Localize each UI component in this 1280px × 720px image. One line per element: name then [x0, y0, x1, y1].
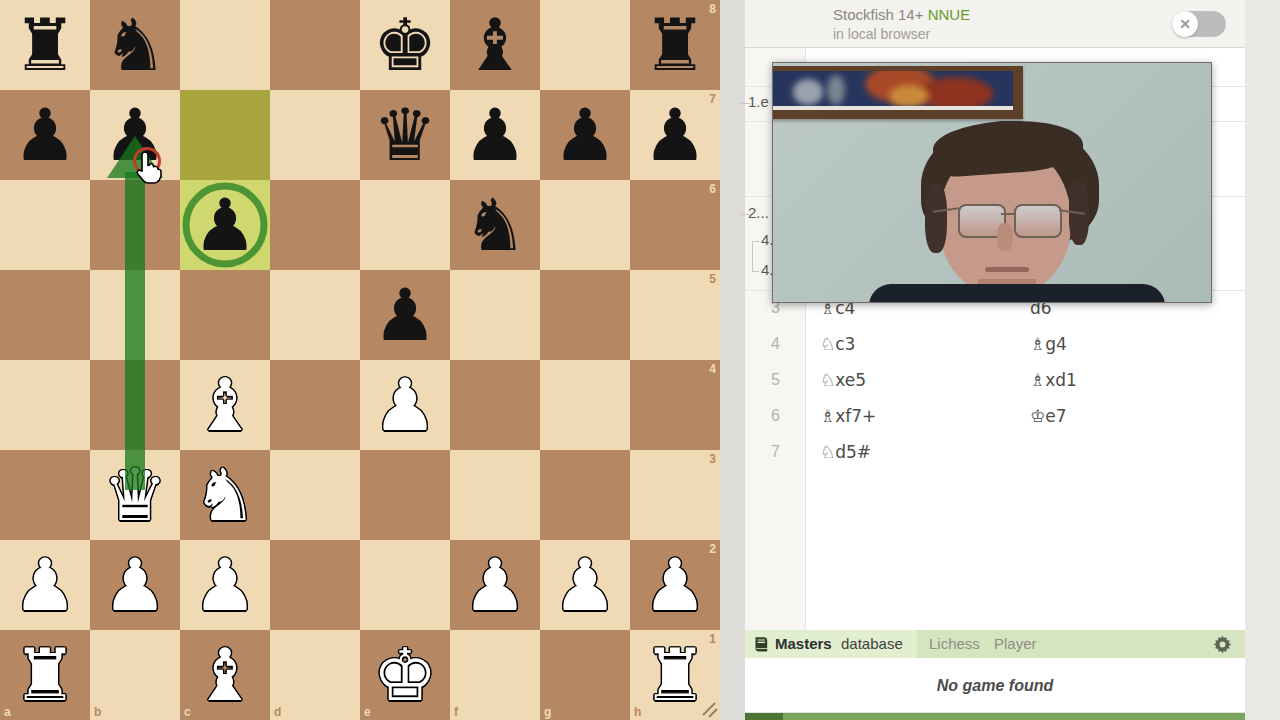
square-a7[interactable]: ♟ — [0, 90, 90, 180]
square-g6[interactable] — [540, 180, 630, 270]
variation-fragment[interactable]: 1.e — [748, 93, 769, 110]
square-g8[interactable] — [540, 0, 630, 90]
square-e3[interactable] — [360, 450, 450, 540]
piece-white-bishop[interactable]: ♝ — [180, 630, 270, 720]
square-f5[interactable] — [450, 270, 540, 360]
square-g5[interactable] — [540, 270, 630, 360]
square-f6[interactable]: ♞ — [450, 180, 540, 270]
square-a6[interactable] — [0, 180, 90, 270]
square-b1[interactable]: b — [90, 630, 180, 720]
square-f8[interactable]: ♝ — [450, 0, 540, 90]
explorer-result-bar — [745, 713, 1245, 720]
square-c3[interactable]: ♞ — [180, 450, 270, 540]
person-nose — [997, 223, 1013, 251]
square-c5[interactable] — [180, 270, 270, 360]
tab-lichess[interactable]: Lichess — [929, 630, 980, 658]
square-b3[interactable]: ♛ — [90, 450, 180, 540]
square-d3[interactable] — [270, 450, 360, 540]
piece-white-rook[interactable]: ♜ — [630, 630, 720, 720]
glasses-right-lens — [1014, 204, 1062, 238]
square-a4[interactable] — [0, 360, 90, 450]
square-h1[interactable]: 1h♜ — [630, 630, 720, 720]
no-game-found-text: No game found — [745, 677, 1245, 695]
piece-white-pawn[interactable]: ♟ — [180, 540, 270, 630]
square-d6[interactable] — [270, 180, 360, 270]
square-g3[interactable] — [540, 450, 630, 540]
move-row-5: 5♘xe5♗xd1 — [745, 362, 1245, 398]
explorer-empty-state: No game found — [745, 658, 1245, 713]
lichess-analysis-page: ♜♞♚♝8♜♟♟♛♟♟7♟♟♞6♟5♝♟4♛♞3♟♟♟♟♟2♟a♜bc♝de♚f… — [0, 0, 1280, 720]
engine-name: Stockfish 14+ NNUE — [833, 6, 970, 23]
square-f4[interactable] — [450, 360, 540, 450]
panel-gap — [720, 0, 745, 720]
square-d7[interactable] — [270, 90, 360, 180]
piece-white-bishop[interactable]: ♝ — [180, 360, 270, 450]
white-move[interactable]: ♗xf7+ — [820, 398, 876, 434]
piece-white-king[interactable]: ♚ — [360, 630, 450, 720]
file-label-d: d — [274, 706, 281, 718]
square-c7[interactable] — [180, 90, 270, 180]
square-b8[interactable]: ♞ — [90, 0, 180, 90]
framed-picture — [772, 66, 1023, 119]
piece-black-pawn[interactable]: ♟ — [540, 90, 630, 180]
book-icon — [753, 636, 770, 653]
square-d1[interactable]: d — [270, 630, 360, 720]
picture-artwork — [772, 71, 1013, 106]
engine-subtitle: in local browser — [833, 26, 930, 42]
square-a2[interactable]: ♟ — [0, 540, 90, 630]
toggle-off-icon: ✕ — [1179, 16, 1191, 32]
piece-white-pawn[interactable]: ♟ — [540, 540, 630, 630]
piece-black-pawn[interactable]: ♟ — [630, 90, 720, 180]
square-h2[interactable]: 2♟ — [630, 540, 720, 630]
rank-label-5: 5 — [709, 273, 716, 285]
black-move[interactable]: ♗g4 — [1030, 326, 1067, 362]
white-move[interactable]: ♘c3 — [820, 326, 855, 362]
square-g4[interactable] — [540, 360, 630, 450]
engine-header: Stockfish 14+ NNUE in local browser ✕ — [745, 0, 1245, 48]
rank-label-4: 4 — [709, 363, 716, 375]
square-e5[interactable]: ♟ — [360, 270, 450, 360]
black-move[interactable]: ♗xd1 — [1030, 362, 1077, 398]
square-e2[interactable] — [360, 540, 450, 630]
square-a1[interactable]: a♜ — [0, 630, 90, 720]
move-number: 5 — [745, 362, 806, 398]
move-number: 7 — [745, 434, 806, 470]
square-f2[interactable]: ♟ — [450, 540, 540, 630]
square-b4[interactable] — [90, 360, 180, 450]
square-e7[interactable]: ♛ — [360, 90, 450, 180]
engine-toggle-knob[interactable]: ✕ — [1172, 11, 1198, 37]
move-number: 4 — [745, 326, 806, 362]
square-d4[interactable] — [270, 360, 360, 450]
square-a3[interactable] — [0, 450, 90, 540]
webcam-overlay — [772, 62, 1212, 303]
square-h3[interactable]: 3 — [630, 450, 720, 540]
square-c4[interactable]: ♝ — [180, 360, 270, 450]
square-h8[interactable]: 8♜ — [630, 0, 720, 90]
square-b2[interactable]: ♟ — [90, 540, 180, 630]
move-number: 6 — [745, 398, 806, 434]
white-move[interactable]: ♘d5# — [820, 434, 871, 470]
piece-white-pawn[interactable]: ♟ — [0, 540, 90, 630]
person-mouth — [985, 267, 1029, 272]
square-e4[interactable]: ♟ — [360, 360, 450, 450]
white-move[interactable]: ♘xe5 — [820, 362, 866, 398]
move-row-4: 4♘c3♗g4 — [745, 326, 1245, 362]
piece-black-pawn[interactable]: ♟ — [90, 90, 180, 180]
square-b7[interactable]: ♟ — [90, 90, 180, 180]
square-h6[interactable]: 6 — [630, 180, 720, 270]
square-b6[interactable] — [90, 180, 180, 270]
engine-toggle[interactable]: ✕ — [1172, 11, 1226, 37]
piece-black-knight[interactable]: ♞ — [90, 0, 180, 90]
piece-black-pawn[interactable]: ♟ — [360, 270, 450, 360]
move-row-7: 7♘d5# — [745, 434, 1245, 470]
engine-nnue-badge: NNUE — [928, 6, 971, 23]
piece-black-bishop[interactable]: ♝ — [450, 0, 540, 90]
square-e8[interactable]: ♚ — [360, 0, 450, 90]
square-f7[interactable]: ♟ — [450, 90, 540, 180]
square-e1[interactable]: e♚ — [360, 630, 450, 720]
square-h4[interactable]: 4 — [630, 360, 720, 450]
square-d8[interactable] — [270, 0, 360, 90]
piece-black-rook[interactable]: ♜ — [630, 0, 720, 90]
square-f3[interactable] — [450, 450, 540, 540]
square-g7[interactable]: ♟ — [540, 90, 630, 180]
piece-black-rook[interactable]: ♜ — [0, 0, 90, 90]
tab-player[interactable]: Player — [994, 630, 1037, 658]
picture-mat — [772, 106, 1013, 110]
rank-label-3: 3 — [709, 453, 716, 465]
piece-white-queen[interactable]: ♛ — [90, 450, 180, 540]
page-right-margin — [1245, 0, 1280, 720]
file-label-g: g — [544, 706, 551, 718]
piece-white-pawn[interactable]: ♟ — [450, 540, 540, 630]
gear-icon[interactable] — [1213, 635, 1232, 654]
chess-board[interactable]: ♜♞♚♝8♜♟♟♛♟♟7♟♟♞6♟5♝♟4♛♞3♟♟♟♟♟2♟a♜bc♝de♚f… — [0, 0, 720, 720]
square-e6[interactable] — [360, 180, 450, 270]
square-c8[interactable] — [180, 0, 270, 90]
tab-database-label[interactable]: database — [841, 630, 903, 658]
person-hair-side — [925, 183, 947, 253]
square-g1[interactable]: g — [540, 630, 630, 720]
square-f1[interactable]: f — [450, 630, 540, 720]
piece-white-knight[interactable]: ♞ — [180, 450, 270, 540]
glasses-bridge — [1001, 213, 1015, 215]
square-g2[interactable]: ♟ — [540, 540, 630, 630]
piece-white-pawn[interactable]: ♟ — [90, 540, 180, 630]
piece-black-pawn[interactable]: ♟ — [450, 90, 540, 180]
person-shirt — [869, 284, 1165, 303]
square-a8[interactable]: ♜ — [0, 0, 90, 90]
piece-white-rook[interactable]: ♜ — [0, 630, 90, 720]
piece-white-pawn[interactable]: ♟ — [360, 360, 450, 450]
rank-label-6: 6 — [709, 183, 716, 195]
move-row-6: 6♗xf7+♔e7 — [745, 398, 1245, 434]
variation-tree-line — [752, 241, 753, 271]
piece-white-pawn[interactable]: ♟ — [630, 540, 720, 630]
black-move[interactable]: ♔e7 — [1030, 398, 1067, 434]
piece-black-king[interactable]: ♚ — [360, 0, 450, 90]
square-b5[interactable] — [90, 270, 180, 360]
variation-fragment[interactable]: 2... — [748, 204, 769, 221]
variation-tree-tick — [752, 271, 759, 272]
square-c6[interactable]: ♟ — [180, 180, 270, 270]
tab-masters-label[interactable]: Masters — [775, 630, 832, 658]
file-label-f: f — [454, 706, 458, 718]
square-h7[interactable]: 7♟ — [630, 90, 720, 180]
piece-black-knight[interactable]: ♞ — [450, 180, 540, 270]
square-c2[interactable]: ♟ — [180, 540, 270, 630]
piece-black-pawn[interactable]: ♟ — [0, 90, 90, 180]
square-h5[interactable]: 5 — [630, 270, 720, 360]
square-d2[interactable] — [270, 540, 360, 630]
variation-tree-tick — [752, 241, 759, 242]
square-c1[interactable]: c♝ — [180, 630, 270, 720]
square-a5[interactable] — [0, 270, 90, 360]
piece-black-pawn[interactable]: ♟ — [180, 180, 270, 270]
explorer-tab-bar: Masters database Lichess Player — [745, 630, 1245, 658]
file-label-b: b — [94, 706, 101, 718]
piece-black-queen[interactable]: ♛ — [360, 90, 450, 180]
square-d5[interactable] — [270, 270, 360, 360]
explorer-result-bar-segment — [745, 713, 783, 720]
